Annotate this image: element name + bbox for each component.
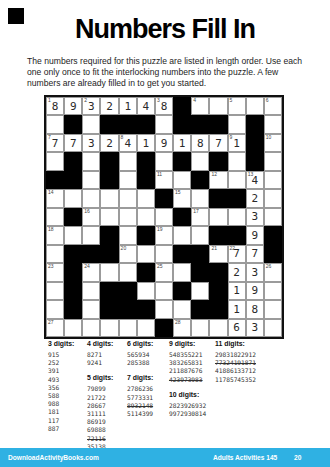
grid-cell[interactable]: 6 <box>228 319 246 337</box>
grid-cell[interactable] <box>264 189 282 207</box>
black-cell <box>209 226 227 244</box>
black-cell <box>64 245 82 263</box>
black-cell <box>209 300 227 318</box>
grid-cell[interactable]: 3 <box>246 263 264 281</box>
black-cell <box>64 300 82 318</box>
black-cell <box>173 282 191 300</box>
grid-cell[interactable] <box>119 208 137 226</box>
grid-cell[interactable]: 26 <box>264 263 282 281</box>
grid-cell[interactable]: 28 <box>173 319 191 337</box>
prefilled-digit: 9 <box>156 135 172 151</box>
list-number: 77324191871 <box>215 359 256 367</box>
grid-cell[interactable] <box>264 208 282 226</box>
grid-cell[interactable]: 6 <box>264 97 282 115</box>
prefilled-digit: 7 <box>229 246 245 262</box>
prefilled-digit: 7 <box>247 246 263 262</box>
grid-cell[interactable] <box>155 115 173 133</box>
grid-cell[interactable] <box>82 152 100 170</box>
prefilled-digit: 9 <box>65 98 81 114</box>
prefilled-digit: 4 <box>138 98 154 114</box>
grid-cell[interactable] <box>264 319 282 337</box>
grid-cell[interactable] <box>119 189 137 207</box>
grid-cell[interactable] <box>100 189 118 207</box>
grid-cell[interactable]: 1 <box>228 300 246 318</box>
black-cell <box>100 300 118 318</box>
black-cell <box>64 208 82 226</box>
prefilled-digit: 8 <box>247 301 263 317</box>
grid-cell[interactable]: 2 <box>246 189 264 207</box>
black-cell <box>209 282 227 300</box>
list-number: 8271 <box>87 351 113 359</box>
grid-cell[interactable]: 9 <box>155 134 173 152</box>
list-header: 6 digits: <box>127 340 153 347</box>
grid-cell[interactable] <box>137 282 155 300</box>
grid-cells: 1892321438456777328419187911011121341415… <box>46 97 282 337</box>
black-cell <box>209 152 227 170</box>
grid-cell[interactable] <box>209 97 227 115</box>
grid-cell[interactable]: 84 <box>119 134 137 152</box>
grid-cell[interactable] <box>173 171 191 189</box>
list-header: 7 digits: <box>127 374 153 381</box>
black-cell <box>100 226 118 244</box>
grid-cell[interactable] <box>119 263 137 281</box>
black-cell <box>119 282 137 300</box>
grid-cell[interactable] <box>155 282 173 300</box>
puzzle-page: { "game": "numbers-fill-in", "title": "N… <box>0 0 330 467</box>
list-number: 21722 <box>87 394 113 402</box>
list-number: 72116 <box>87 435 113 443</box>
grid-cell[interactable]: 3 <box>246 319 264 337</box>
fill-in-grid: 1892321438456777328419187911011121341415… <box>44 95 284 339</box>
black-cell <box>191 263 209 281</box>
black-cell <box>137 115 155 133</box>
grid-cell[interactable] <box>228 208 246 226</box>
black-cell <box>209 115 227 133</box>
black-cell <box>137 171 155 189</box>
list-header: 10 digits: <box>169 391 206 398</box>
footer-book-title: Adults Activities 145 <box>213 454 277 461</box>
grid-cell[interactable]: 17 <box>191 208 209 226</box>
black-cell <box>100 152 118 170</box>
grid-cell[interactable] <box>119 319 137 337</box>
black-cell <box>137 152 155 170</box>
grid-cell[interactable] <box>191 319 209 337</box>
black-cell <box>46 171 64 189</box>
grid-cell[interactable] <box>246 97 264 115</box>
black-cell <box>64 152 82 170</box>
clue-number: 21 <box>211 246 217 251</box>
prefilled-digit: 3 <box>83 98 99 114</box>
list-number: 69888 <box>87 426 113 434</box>
grid-cell[interactable]: 2 <box>100 134 118 152</box>
black-cell <box>137 263 155 281</box>
grid-cell[interactable]: 8 <box>191 134 209 152</box>
grid-cell[interactable]: 25 <box>155 263 173 281</box>
black-cell <box>246 152 264 170</box>
list-column: 9 digits:5483552213832658312118876764239… <box>169 340 206 418</box>
grid-cell[interactable]: 3 <box>246 208 264 226</box>
black-cell <box>119 115 137 133</box>
grid-cell[interactable]: 77 <box>46 134 64 152</box>
grid-cell[interactable]: 18 <box>46 226 64 244</box>
prefilled-digit: 2 <box>101 135 117 151</box>
black-cell <box>100 282 118 300</box>
grid-cell[interactable] <box>173 263 191 281</box>
list-number: 493 <box>48 376 74 384</box>
black-cell <box>82 245 100 263</box>
grid-cell[interactable] <box>264 152 282 170</box>
grid-cell[interactable]: 3 <box>82 134 100 152</box>
grid-cell[interactable] <box>155 152 173 170</box>
grid-cell[interactable]: 23 <box>82 97 100 115</box>
clue-number: 28 <box>175 320 181 325</box>
grid-cell[interactable] <box>228 115 246 133</box>
grid-cell[interactable] <box>209 319 227 337</box>
grid-cell[interactable] <box>137 245 155 263</box>
grid-cell[interactable]: 4 <box>191 97 209 115</box>
prefilled-digit: 3 <box>83 135 99 151</box>
list-number: 356 <box>48 384 74 392</box>
grid-cell[interactable]: 12 <box>209 171 227 189</box>
list-number: 41886133712 <box>215 367 256 375</box>
black-cell <box>64 263 82 281</box>
black-cell <box>155 319 173 337</box>
black-cell <box>191 245 209 263</box>
grid-cell[interactable] <box>137 189 155 207</box>
grid-cell[interactable]: 7 <box>64 134 82 152</box>
list-column: 3 digits:915252391493356588988181117887 <box>48 340 74 433</box>
clue-number: 17 <box>193 209 199 214</box>
prefilled-digit: 8 <box>192 135 208 151</box>
grid-cell[interactable] <box>173 226 191 244</box>
grid-cell[interactable] <box>46 300 64 318</box>
grid-cell[interactable] <box>155 208 173 226</box>
black-cell <box>228 189 246 207</box>
black-cell <box>173 208 191 226</box>
list-number: 86919 <box>87 418 113 426</box>
grid-cell[interactable] <box>264 115 282 133</box>
clue-number: 6 <box>266 98 269 103</box>
grid-cell[interactable] <box>173 300 191 318</box>
grid-cell[interactable] <box>100 319 118 337</box>
grid-cell[interactable] <box>137 208 155 226</box>
prefilled-digit: 7 <box>210 135 226 151</box>
grid-cell[interactable] <box>191 226 209 244</box>
list-number: 79899 <box>87 385 113 393</box>
grid-cell[interactable] <box>82 189 100 207</box>
list-number: 5773331 <box>127 394 153 402</box>
black-cell <box>64 115 82 133</box>
prefilled-digit: 2 <box>229 264 245 280</box>
grid-cell[interactable]: 21 <box>209 245 227 263</box>
prefilled-digit: 3 <box>247 209 263 225</box>
grid-cell[interactable] <box>119 226 137 244</box>
clue-number: 20 <box>121 246 127 251</box>
prefilled-digit: 1 <box>229 301 245 317</box>
grid-cell[interactable]: 4 <box>137 97 155 115</box>
grid-cell[interactable] <box>228 171 246 189</box>
black-cell <box>173 115 191 133</box>
prefilled-digit: 1 <box>138 135 154 151</box>
prefilled-digit: 7 <box>47 135 63 151</box>
grid-cell[interactable] <box>191 189 209 207</box>
prefilled-digit: 4 <box>120 135 136 151</box>
grid-cell[interactable] <box>137 319 155 337</box>
clue-number: 19 <box>157 227 163 232</box>
prefilled-digit: 2 <box>247 190 263 206</box>
list-column: 6 digits:5659342853887 digits:2786236577… <box>127 340 153 418</box>
black-cell <box>191 171 209 189</box>
grid-cell[interactable]: 227 <box>228 245 246 263</box>
grid-cell[interactable] <box>119 171 137 189</box>
grid-cell[interactable] <box>64 189 82 207</box>
grid-cell[interactable]: 8 <box>246 300 264 318</box>
grid-cell[interactable]: 134 <box>246 171 264 189</box>
grid-cell[interactable]: 7 <box>209 134 227 152</box>
list-column: 11 digits:298318229127732419187141886133… <box>215 340 256 384</box>
list-header: 4 digits: <box>87 340 113 347</box>
black-cell <box>137 300 155 318</box>
list-number: 117 <box>48 417 74 425</box>
footer-page-number: 20 <box>294 454 301 461</box>
black-cell <box>173 245 191 263</box>
list-number: 31111 <box>87 410 113 418</box>
grid-cell[interactable] <box>82 171 100 189</box>
grid-cell[interactable]: 20 <box>119 245 137 263</box>
prefilled-digit: 9 <box>247 283 263 299</box>
grid-cell[interactable]: 2 <box>100 97 118 115</box>
prefilled-digit: 6 <box>229 320 245 336</box>
footer-site: DownloadActivityBooks.com <box>8 454 99 461</box>
list-number: 548355221 <box>169 351 206 359</box>
prefilled-digit: 1 <box>120 98 136 114</box>
grid-cell[interactable] <box>82 319 100 337</box>
list-number: 915 <box>48 351 74 359</box>
list-header: 11 digits: <box>215 340 256 347</box>
black-cell <box>100 115 118 133</box>
grid-cell[interactable] <box>191 282 209 300</box>
grid-cell[interactable] <box>64 319 82 337</box>
grid-cell[interactable]: 16 <box>82 208 100 226</box>
grid-cell[interactable] <box>100 208 118 226</box>
list-header: 9 digits: <box>169 340 206 347</box>
black-cell <box>100 171 118 189</box>
clue-number: 16 <box>84 209 90 214</box>
clue-number: 12 <box>211 172 217 177</box>
black-cell <box>64 282 82 300</box>
prefilled-digit: 8 <box>47 98 63 114</box>
grid-cell[interactable]: 19 <box>155 226 173 244</box>
grid-cell[interactable] <box>82 282 100 300</box>
grid-cell[interactable] <box>46 152 64 170</box>
grid-cell[interactable]: 1 <box>228 282 246 300</box>
footer-bar: DownloadActivityBooks.com Adults Activit… <box>0 448 330 467</box>
grid-cell[interactable] <box>82 115 100 133</box>
list-number: 988 <box>48 400 74 408</box>
list-number: 8932148 <box>127 402 153 410</box>
grid-cell[interactable]: 11 <box>155 171 173 189</box>
grid-cell[interactable] <box>155 300 173 318</box>
list-number: 9241 <box>87 359 113 367</box>
grid-cell[interactable]: 15 <box>173 189 191 207</box>
grid-cell[interactable] <box>46 208 64 226</box>
grid-cell[interactable] <box>82 300 100 318</box>
grid-cell[interactable]: 38 <box>155 97 173 115</box>
grid-cell[interactable] <box>46 245 64 263</box>
black-cell <box>137 226 155 244</box>
clue-number: 25 <box>157 264 163 269</box>
list-number: 423973983 <box>169 376 206 384</box>
prefilled-digit: 9 <box>247 227 263 243</box>
clue-number: 4 <box>193 98 196 103</box>
list-number: 887 <box>48 425 74 433</box>
grid-cell[interactable]: 1 <box>137 134 155 152</box>
list-number: 181 <box>48 408 74 416</box>
grid-cell[interactable] <box>209 208 227 226</box>
black-cell <box>264 226 282 244</box>
grid-cell[interactable]: 1 <box>119 97 137 115</box>
list-column: 4 digits:827192415 digits:79899217222866… <box>87 340 113 451</box>
grid-cell[interactable] <box>46 282 64 300</box>
prefilled-digit: 1 <box>174 135 190 151</box>
clue-number: 11 <box>157 172 162 177</box>
prefilled-digit: 8 <box>156 98 172 114</box>
grid-cell[interactable]: 14 <box>46 189 64 207</box>
list-number: 5114399 <box>127 410 153 418</box>
grid-cell[interactable] <box>155 245 173 263</box>
page-title: Numbers Fill In <box>0 14 330 45</box>
grid-cell[interactable]: 2 <box>228 263 246 281</box>
list-number: 28667 <box>87 402 113 410</box>
black-cell <box>155 189 173 207</box>
grid-cell[interactable] <box>82 226 100 244</box>
black-cell <box>191 115 209 133</box>
prefilled-digit: 2 <box>101 98 117 114</box>
black-cell <box>228 226 246 244</box>
prefilled-digit: 3 <box>247 320 263 336</box>
black-cell <box>209 263 227 281</box>
grid-cell[interactable]: 5 <box>228 97 246 115</box>
grid-cell[interactable] <box>100 263 118 281</box>
black-cell <box>119 300 137 318</box>
list-number: 565934 <box>127 351 153 359</box>
black-cell <box>173 152 191 170</box>
grid-cell[interactable]: 9 <box>64 97 82 115</box>
grid-cell[interactable]: 27 <box>46 319 64 337</box>
grid-cell[interactable] <box>228 152 246 170</box>
prefilled-digit: 3 <box>247 264 263 280</box>
black-cell <box>64 171 82 189</box>
grid-cell[interactable]: 9 <box>246 282 264 300</box>
list-number: 211887676 <box>169 367 206 375</box>
list-number: 11785745352 <box>215 376 256 384</box>
clue-number: 14 <box>48 190 54 195</box>
prefilled-digit: 1 <box>229 283 245 299</box>
grid-cell[interactable]: 9 <box>246 226 264 244</box>
grid-cell[interactable]: 23 <box>46 263 64 281</box>
clue-number: 24 <box>84 264 90 269</box>
black-cell <box>100 245 118 263</box>
clue-number: 5 <box>230 98 233 103</box>
grid-cell[interactable]: 7 <box>246 245 264 263</box>
clue-number: 15 <box>175 190 181 195</box>
list-number: 285388 <box>127 359 153 367</box>
clue-number: 26 <box>266 264 272 269</box>
list-number: 383265831 <box>169 359 206 367</box>
clue-number: 27 <box>48 320 54 325</box>
black-cell <box>191 300 209 318</box>
grid-cell[interactable] <box>191 152 209 170</box>
list-header: 5 digits: <box>87 374 113 381</box>
black-cell <box>209 189 227 207</box>
grid-cell[interactable]: 10 <box>264 134 282 152</box>
black-cell <box>246 115 264 133</box>
grid-cell[interactable]: 91 <box>228 134 246 152</box>
list-number: 391 <box>48 367 74 375</box>
grid-cell[interactable]: 1 <box>173 134 191 152</box>
puzzle-instructions: The numbers required for this puzzle are… <box>27 56 312 89</box>
grid-cell[interactable] <box>264 300 282 318</box>
list-number: 588 <box>48 392 74 400</box>
grid-cell[interactable] <box>264 282 282 300</box>
clue-number: 18 <box>48 227 54 232</box>
grid-cell[interactable] <box>119 152 137 170</box>
grid-cell[interactable]: 18 <box>46 97 64 115</box>
grid-cell[interactable] <box>264 171 282 189</box>
clue-number: 10 <box>266 135 272 140</box>
list-number: 2786236 <box>127 385 153 393</box>
grid-cell[interactable]: 24 <box>82 263 100 281</box>
grid-cell[interactable] <box>64 226 82 244</box>
list-number: 9972930814 <box>169 410 206 418</box>
number-lists: 3 digits:9152523914933565889881811178874… <box>0 340 330 446</box>
prefilled-digit: 4 <box>247 172 263 188</box>
black-cell <box>264 245 282 263</box>
list-header: 3 digits: <box>48 340 74 347</box>
list-number: 29831822912 <box>215 351 256 359</box>
list-number: 2823926932 <box>169 402 206 410</box>
black-cell <box>246 134 264 152</box>
prefilled-digit: 1 <box>229 135 245 151</box>
clue-number: 23 <box>48 264 54 269</box>
prefilled-digit: 7 <box>65 135 81 151</box>
black-cell <box>173 97 191 115</box>
list-number: 252 <box>48 359 74 367</box>
grid-cell[interactable] <box>46 115 64 133</box>
